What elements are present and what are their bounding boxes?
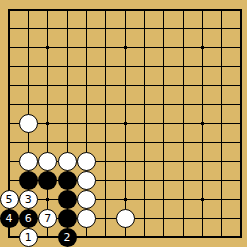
white-stone: 7	[38, 209, 57, 228]
star-point	[46, 198, 49, 201]
grid-line-vertical	[183, 10, 184, 237]
black-stone: 6	[19, 209, 38, 228]
black-stone	[19, 171, 38, 190]
star-point	[201, 198, 204, 201]
grid-line-horizontal	[9, 142, 241, 143]
black-stone: 4	[0, 209, 19, 228]
grid-line-vertical	[144, 10, 145, 237]
move-number: 4	[6, 213, 13, 224]
white-stone: 3	[19, 190, 38, 209]
white-stone	[116, 209, 135, 228]
white-stone	[58, 152, 77, 171]
star-point	[124, 122, 127, 125]
white-stone	[19, 114, 38, 133]
star-point	[46, 46, 49, 49]
white-stone: 5	[0, 190, 19, 209]
black-stone: 2	[58, 228, 77, 247]
white-stone	[77, 209, 96, 228]
star-point	[124, 46, 127, 49]
move-number: 5	[6, 194, 13, 205]
white-stone	[77, 171, 96, 190]
black-stone	[38, 171, 57, 190]
black-stone	[58, 171, 77, 190]
black-stone	[58, 209, 77, 228]
white-stone	[77, 190, 96, 209]
go-board: 1234567	[0, 0, 247, 247]
white-stone: 1	[19, 228, 38, 247]
star-point	[201, 46, 204, 49]
move-number: 1	[25, 232, 32, 243]
move-number: 6	[25, 213, 32, 224]
star-point	[124, 198, 127, 201]
go-diagram: 1234567	[0, 0, 247, 247]
black-stone	[58, 190, 77, 209]
grid-line-vertical	[221, 10, 222, 237]
star-point	[201, 122, 204, 125]
white-stone	[38, 152, 57, 171]
white-stone	[19, 152, 38, 171]
move-number: 3	[25, 194, 32, 205]
star-point	[46, 122, 49, 125]
move-number: 7	[44, 213, 51, 224]
white-stone	[77, 152, 96, 171]
grid-line-vertical	[163, 10, 164, 237]
move-number: 2	[64, 232, 71, 243]
